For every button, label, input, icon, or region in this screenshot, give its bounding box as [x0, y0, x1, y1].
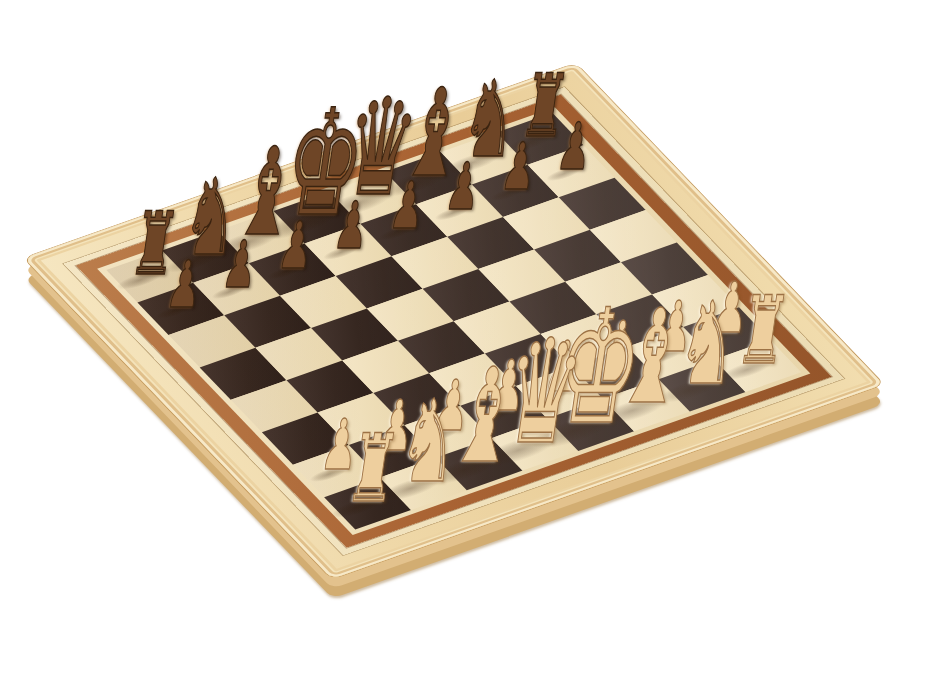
black-pawn-glyph: ♟: [498, 134, 532, 199]
black-pawn-glyph: ♟: [164, 252, 198, 317]
black-pawn-glyph: ♟: [220, 233, 254, 298]
white-rook-glyph: ♜: [343, 422, 392, 516]
white-bishop-glyph: ♝: [445, 351, 513, 481]
black-pawn-glyph: ♟: [554, 115, 588, 180]
black-pawn-glyph: ♟: [275, 213, 309, 278]
inner-cream-line: ♜♞♝♚♛♝♞♜♟♟♟♟♟♟♟♟♟♟♟♟♟♟♟♟♜♞♝♛♚♝♞♜: [97, 107, 810, 535]
board-field-margin: ♜♞♝♚♛♝♞♜♟♟♟♟♟♟♟♟♟♟♟♟♟♟♟♟♜♞♝♛♚♝♞♜: [64, 87, 844, 555]
black-pawn-glyph: ♟: [387, 174, 421, 239]
white-rook-glyph: ♜: [733, 284, 782, 378]
black-pawn-glyph: ♟: [331, 193, 365, 258]
black-pawn-glyph: ♟: [443, 154, 477, 219]
product-photo-scene: ♜♞♝♚♛♝♞♜♟♟♟♟♟♟♟♟♟♟♟♟♟♟♟♟♜♞♝♛♚♝♞♜: [0, 0, 928, 686]
white-knight-glyph: ♞: [394, 385, 453, 499]
white-knight-glyph: ♞: [672, 286, 731, 400]
checkerboard: ♜♞♝♚♛♝♞♜♟♟♟♟♟♟♟♟♟♟♟♟♟♟♟♟♜♞♝♛♚♝♞♜: [106, 113, 801, 530]
sienna-border-band: ♜♞♝♚♛♝♞♜♟♟♟♟♟♟♟♟♟♟♟♟♟♟♟♟♜♞♝♛♚♝♞♜: [76, 94, 832, 547]
chess-board-frame: ♜♞♝♚♛♝♞♜♟♟♟♟♟♟♟♟♟♟♟♟♟♟♟♟♜♞♝♛♚♝♞♜: [24, 63, 884, 578]
